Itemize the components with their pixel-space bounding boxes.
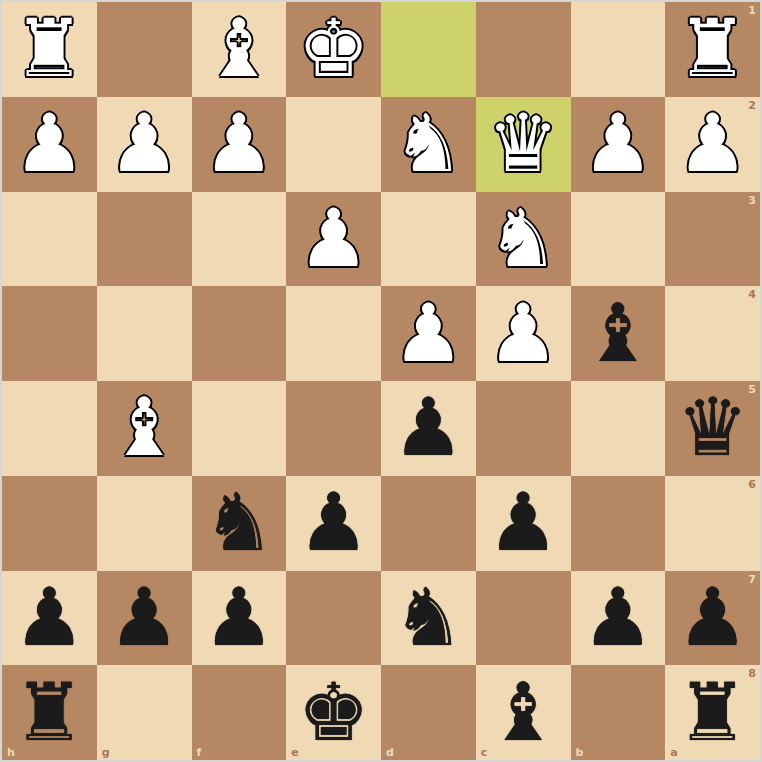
black-pawn[interactable]: ♟	[203, 578, 275, 658]
square-b7[interactable]: ♟	[571, 571, 666, 666]
square-e1[interactable]: ♚	[286, 2, 381, 97]
square-d4[interactable]: ♟	[381, 286, 476, 381]
square-a8[interactable]: ♜8a	[665, 665, 760, 760]
square-a1[interactable]: ♜1	[665, 2, 760, 97]
square-d7[interactable]: ♞	[381, 571, 476, 666]
rank-label-3: 3	[748, 195, 756, 206]
square-f2[interactable]: ♟	[192, 97, 287, 192]
square-d3[interactable]	[381, 192, 476, 287]
black-queen[interactable]: ♛	[677, 388, 749, 468]
square-c8[interactable]: ♝c	[476, 665, 571, 760]
file-label-c: c	[481, 747, 488, 758]
black-pawn[interactable]: ♟	[14, 578, 86, 658]
square-h2[interactable]: ♟	[2, 97, 97, 192]
square-f6[interactable]: ♞	[192, 476, 287, 571]
black-pawn[interactable]: ♟	[487, 483, 559, 563]
square-b2[interactable]: ♟	[571, 97, 666, 192]
white-pawn[interactable]: ♟	[582, 104, 654, 184]
square-d6[interactable]	[381, 476, 476, 571]
square-b6[interactable]	[571, 476, 666, 571]
square-d1[interactable]	[381, 2, 476, 97]
file-label-a: a	[670, 747, 677, 758]
square-f5[interactable]	[192, 381, 287, 476]
file-label-f: f	[197, 747, 202, 758]
black-bishop[interactable]: ♝	[582, 294, 654, 374]
square-a4[interactable]: 4	[665, 286, 760, 381]
black-pawn[interactable]: ♟	[582, 578, 654, 658]
file-label-d: d	[386, 747, 394, 758]
white-bishop[interactable]: ♝	[108, 388, 180, 468]
square-c6[interactable]: ♟	[476, 476, 571, 571]
square-d8[interactable]: d	[381, 665, 476, 760]
rank-label-2: 2	[748, 100, 756, 111]
square-b1[interactable]	[571, 2, 666, 97]
square-e2[interactable]	[286, 97, 381, 192]
white-pawn[interactable]: ♟	[108, 104, 180, 184]
square-c5[interactable]	[476, 381, 571, 476]
square-a7[interactable]: ♟7	[665, 571, 760, 666]
square-e6[interactable]: ♟	[286, 476, 381, 571]
square-g4[interactable]	[97, 286, 192, 381]
square-b5[interactable]	[571, 381, 666, 476]
square-f7[interactable]: ♟	[192, 571, 287, 666]
square-h8[interactable]: ♜h	[2, 665, 97, 760]
square-f8[interactable]: f	[192, 665, 287, 760]
white-pawn[interactable]: ♟	[203, 104, 275, 184]
square-b8[interactable]: b	[571, 665, 666, 760]
black-knight[interactable]: ♞	[203, 483, 275, 563]
square-g8[interactable]: g	[97, 665, 192, 760]
square-e7[interactable]	[286, 571, 381, 666]
square-a3[interactable]: 3	[665, 192, 760, 287]
square-e5[interactable]	[286, 381, 381, 476]
square-g6[interactable]	[97, 476, 192, 571]
rank-label-5: 5	[748, 384, 756, 395]
white-knight[interactable]: ♞	[393, 104, 465, 184]
square-f4[interactable]	[192, 286, 287, 381]
black-knight[interactable]: ♞	[393, 578, 465, 658]
square-g1[interactable]	[97, 2, 192, 97]
white-pawn[interactable]: ♟	[14, 104, 86, 184]
square-d2[interactable]: ♞	[381, 97, 476, 192]
square-h1[interactable]: ♜	[2, 2, 97, 97]
file-label-e: e	[291, 747, 298, 758]
white-pawn[interactable]: ♟	[487, 294, 559, 374]
square-h5[interactable]	[2, 381, 97, 476]
square-c7[interactable]	[476, 571, 571, 666]
black-pawn[interactable]: ♟	[298, 483, 370, 563]
white-bishop[interactable]: ♝	[203, 9, 275, 89]
white-king[interactable]: ♚	[298, 9, 370, 89]
white-pawn[interactable]: ♟	[393, 294, 465, 374]
square-f1[interactable]: ♝	[192, 2, 287, 97]
black-pawn[interactable]: ♟	[677, 578, 749, 658]
square-f3[interactable]	[192, 192, 287, 287]
square-c2[interactable]: ♛	[476, 97, 571, 192]
file-label-b: b	[576, 747, 584, 758]
square-a6[interactable]: 6	[665, 476, 760, 571]
square-c1[interactable]	[476, 2, 571, 97]
chess-board: ♜♝♚♜1♟♟♟♞♛♟♟2♟♞3♟♟♝4♝♟♛5♞♟♟6♟♟♟♞♟♟7♜hgf♚…	[0, 0, 762, 762]
file-label-h: h	[7, 747, 15, 758]
square-g7[interactable]: ♟	[97, 571, 192, 666]
black-pawn[interactable]: ♟	[393, 388, 465, 468]
square-h6[interactable]	[2, 476, 97, 571]
black-king[interactable]: ♚	[298, 673, 370, 753]
square-c4[interactable]: ♟	[476, 286, 571, 381]
white-rook[interactable]: ♜	[677, 9, 749, 89]
white-pawn[interactable]: ♟	[298, 199, 370, 279]
square-e8[interactable]: ♚e	[286, 665, 381, 760]
black-rook[interactable]: ♜	[677, 673, 749, 753]
white-knight[interactable]: ♞	[487, 199, 559, 279]
square-h3[interactable]	[2, 192, 97, 287]
square-b4[interactable]: ♝	[571, 286, 666, 381]
rank-label-8: 8	[748, 668, 756, 679]
square-h4[interactable]	[2, 286, 97, 381]
square-b3[interactable]	[571, 192, 666, 287]
rank-label-1: 1	[748, 5, 756, 16]
white-pawn[interactable]: ♟	[677, 104, 749, 184]
rank-label-6: 6	[748, 479, 756, 490]
black-rook[interactable]: ♜	[14, 673, 86, 753]
square-e3[interactable]: ♟	[286, 192, 381, 287]
square-g3[interactable]	[97, 192, 192, 287]
square-e4[interactable]	[286, 286, 381, 381]
square-a2[interactable]: ♟2	[665, 97, 760, 192]
square-c3[interactable]: ♞	[476, 192, 571, 287]
white-queen[interactable]: ♛	[487, 104, 559, 184]
square-g5[interactable]: ♝	[97, 381, 192, 476]
square-h7[interactable]: ♟	[2, 571, 97, 666]
file-label-g: g	[102, 747, 110, 758]
white-rook[interactable]: ♜	[14, 9, 86, 89]
black-pawn[interactable]: ♟	[108, 578, 180, 658]
square-d5[interactable]: ♟	[381, 381, 476, 476]
rank-label-4: 4	[748, 289, 756, 300]
black-bishop[interactable]: ♝	[487, 673, 559, 753]
square-a5[interactable]: ♛5	[665, 381, 760, 476]
rank-label-7: 7	[748, 574, 756, 585]
square-g2[interactable]: ♟	[97, 97, 192, 192]
